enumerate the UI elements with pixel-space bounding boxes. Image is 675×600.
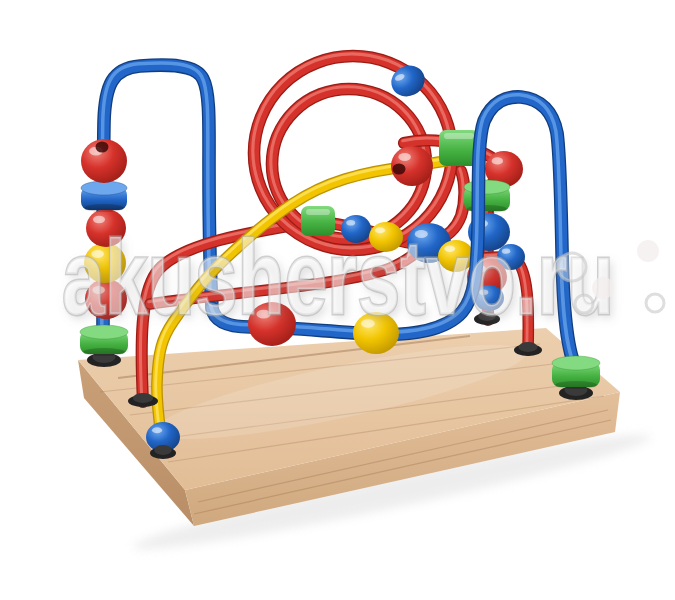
watermark-logo-circle	[637, 240, 659, 262]
product-photo: akusherstvo.ruakusherstvo.ruakusherstvo.…	[0, 0, 675, 600]
left-column-blue-cylinder	[81, 181, 127, 212]
watermark: akusherstvo.ruakusherstvo.ruakusherstvo.…	[62, 218, 664, 340]
watermark-logo-circle	[646, 294, 664, 312]
watermark-logo-circle	[575, 295, 593, 313]
right-anchor-green-cylinder	[552, 356, 600, 389]
watermark-text: akusherstvo.ru	[62, 218, 614, 336]
bead-hole	[393, 164, 406, 175]
loop-red-bead	[391, 146, 433, 186]
column-green-cylinder	[464, 180, 510, 213]
watermark-logo-circle	[592, 277, 614, 299]
left-column-red-bead-1	[81, 139, 127, 183]
watermark-logo-circle	[558, 253, 586, 281]
bead-maze-toy-illustration: akusherstvo.ruakusherstvo.ruakusherstvo.…	[0, 0, 675, 600]
bead-hole	[96, 142, 109, 153]
